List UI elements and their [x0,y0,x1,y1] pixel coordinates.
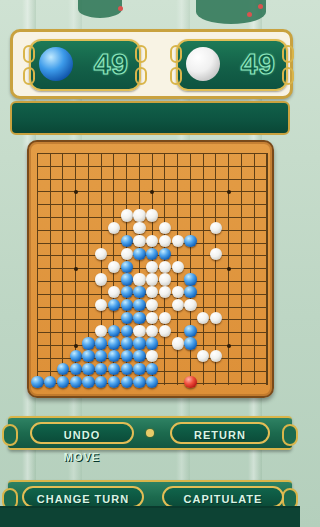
stone-blue [121,235,133,247]
stone-blue [57,376,69,388]
stone-blue [184,286,196,298]
stone-blue [95,337,107,349]
stone-white [172,286,184,298]
stone-white [133,273,145,285]
stone-blue [44,376,56,388]
stone-white [159,261,171,273]
white-score-badge: 49 [176,39,288,91]
stone-blue [121,273,133,285]
stone-blue [159,248,171,260]
stone-white [210,312,222,324]
stone-white [95,273,107,285]
stone-white [146,209,158,221]
stone-white [121,248,133,260]
stone-blue [57,363,69,375]
star-point [74,190,78,194]
foliage-top-right [196,0,266,24]
stone-white [197,350,209,362]
game-screen: { "game": "gomoku-style stone game (blue… [0,0,300,527]
gold-scroll-ornament [135,67,147,85]
stone-blue [184,235,196,247]
stone-blue [82,337,94,349]
stone-blue [70,363,82,375]
star-point [74,344,78,348]
stone-white [159,235,171,247]
stone-blue [121,261,133,273]
stone-blue [121,325,133,337]
stone-blue [146,248,158,260]
gold-scroll-ornament [23,67,35,85]
message-bar [10,101,290,135]
gold-scroll-ornament [282,67,294,85]
stone-white [172,299,184,311]
berry-decoration [258,4,263,9]
stone-white [95,299,107,311]
gold-scroll-ornament [23,45,35,63]
stone-white [159,312,171,324]
stone-white [146,273,158,285]
stone-blue [31,376,43,388]
stone-blue [108,350,120,362]
stone-white [146,312,158,324]
stone-white [210,248,222,260]
stone-blue [146,363,158,375]
stone-blue [146,376,158,388]
stone-blue [108,337,120,349]
stone-white [146,261,158,273]
stone-white [146,350,158,362]
banner-end-ornament [282,424,298,446]
stone-white [108,261,120,273]
stone-white [146,325,158,337]
stone-white [146,299,158,311]
stone-white [159,222,171,234]
berry-decoration [247,12,252,17]
stone-blue [121,337,133,349]
stone-white [108,222,120,234]
stone-blue [108,325,120,337]
gold-scroll-ornament [170,67,182,85]
stone-blue [184,337,196,349]
stone-white [95,248,107,260]
star-point [74,267,78,271]
stone-blue [82,376,94,388]
board-grid[interactable] [37,153,268,385]
banner-center-ornament [146,429,154,437]
berry-decoration [118,6,123,11]
stone-blue [184,273,196,285]
stone-blue [133,376,145,388]
stone-white [121,209,133,221]
stone-blue [184,325,196,337]
stone-blue [121,299,133,311]
stone-blue [95,376,107,388]
stone-blue [108,299,120,311]
stone-blue [133,337,145,349]
stone-white [108,286,120,298]
stone-white [159,286,171,298]
stone-white [210,222,222,234]
stone-blue [133,299,145,311]
stone-white [159,325,171,337]
stone-blue [121,363,133,375]
foliage-top-left [78,0,122,18]
stone-white [172,337,184,349]
stone-white [133,235,145,247]
stone-blue [133,350,145,362]
stone-blue [95,363,107,375]
stone-white [133,222,145,234]
stone-blue [121,286,133,298]
stone-blue [121,376,133,388]
blue-score-badge: 49 [29,39,141,91]
stone-white [95,325,107,337]
blue-stone-icon [39,47,73,81]
stone-white [146,235,158,247]
stone-white [146,286,158,298]
capitulate-button[interactable]: CAPITULATE [162,486,284,508]
undo-move-button[interactable]: UNDO MOVE [30,422,134,444]
stone-blue [70,376,82,388]
stone-blue [82,363,94,375]
bottom-bar [0,506,300,527]
white-score-value: 49 [241,47,276,81]
stone-blue [133,286,145,298]
action-banner-top: UNDO MOVE RETURN [8,416,292,450]
star-point [227,344,231,348]
stone-blue [121,312,133,324]
stone-blue [82,350,94,362]
stone-red [184,376,196,388]
star-point [227,190,231,194]
stone-white [159,273,171,285]
stone-blue [108,376,120,388]
stone-white [172,261,184,273]
star-point [227,267,231,271]
stone-blue [108,363,120,375]
stone-white [210,350,222,362]
return-button[interactable]: RETURN [170,422,270,444]
stone-white [133,209,145,221]
stone-blue [133,312,145,324]
gold-scroll-ornament [282,45,294,63]
white-stone-icon [186,47,220,81]
stone-white [197,312,209,324]
stone-blue [133,248,145,260]
blue-score-value: 49 [94,47,129,81]
gold-scroll-ornament [135,45,147,63]
stone-blue [146,337,158,349]
stone-white [133,325,145,337]
stone-white [172,235,184,247]
game-board[interactable] [27,140,274,398]
stone-blue [95,350,107,362]
banner-end-ornament [2,424,18,446]
stone-blue [133,363,145,375]
stone-white [184,299,196,311]
change-turn-button[interactable]: CHANGE TURN [22,486,144,508]
score-panel: 49 49 [10,29,293,99]
stone-blue [121,350,133,362]
star-point [150,190,154,194]
stone-blue [70,350,82,362]
gold-scroll-ornament [170,45,182,63]
